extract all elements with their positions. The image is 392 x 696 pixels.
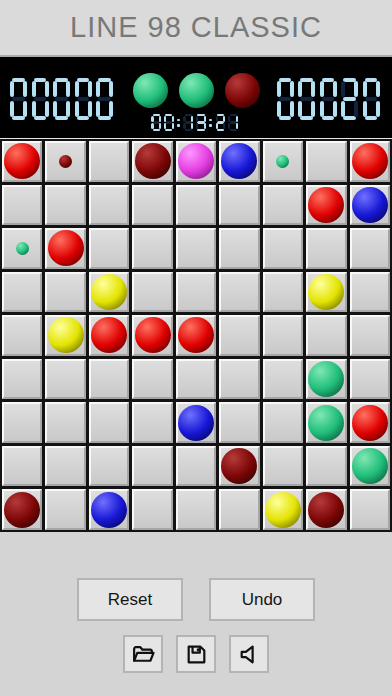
board-cell[interactable] — [45, 446, 85, 487]
board-cell[interactable] — [306, 359, 346, 400]
board-cell[interactable] — [263, 489, 303, 530]
floppy-disk-icon — [184, 642, 209, 667]
seg-digit — [151, 114, 161, 131]
board-cell[interactable] — [89, 185, 129, 226]
undo-button[interactable]: Undo — [209, 578, 315, 621]
board-cell[interactable] — [350, 315, 390, 356]
folder-open-icon — [130, 642, 157, 667]
board-cell[interactable] — [263, 402, 303, 443]
open-button[interactable] — [123, 635, 163, 673]
ball-green — [179, 73, 214, 108]
board-cell[interactable] — [176, 141, 216, 182]
ball-darkred — [135, 143, 171, 179]
timer-display — [0, 114, 392, 131]
ball-red — [4, 143, 40, 179]
seg-digit — [183, 114, 193, 131]
board-cell[interactable] — [306, 185, 346, 226]
board-cell[interactable] — [350, 141, 390, 182]
ball-yellow — [91, 274, 127, 310]
board-cell[interactable] — [176, 272, 216, 313]
board-cell[interactable] — [45, 228, 85, 269]
board-cell[interactable] — [306, 272, 346, 313]
board-cell[interactable] — [45, 185, 85, 226]
board-cell[interactable] — [89, 141, 129, 182]
board-cell[interactable] — [306, 141, 346, 182]
seg-digit — [216, 114, 226, 131]
board-cell[interactable] — [350, 446, 390, 487]
ball-red — [48, 230, 84, 266]
board-cell[interactable] — [89, 359, 129, 400]
board-cell[interactable] — [132, 489, 172, 530]
board-cell[interactable] — [176, 489, 216, 530]
sound-button[interactable] — [229, 635, 269, 673]
board-cell[interactable] — [306, 228, 346, 269]
board-cell[interactable] — [176, 228, 216, 269]
board-cell[interactable] — [350, 489, 390, 530]
board-cell[interactable] — [219, 446, 259, 487]
board-cell[interactable] — [2, 359, 42, 400]
board-cell[interactable] — [132, 228, 172, 269]
ball-blue — [221, 143, 257, 179]
board-cell[interactable] — [306, 315, 346, 356]
board-cell[interactable] — [132, 402, 172, 443]
ball-green — [308, 405, 344, 441]
board-cell[interactable] — [176, 446, 216, 487]
board-cell[interactable] — [89, 315, 129, 356]
ball-yellow — [308, 274, 344, 310]
board-cell[interactable] — [2, 489, 42, 530]
board-cell[interactable] — [45, 141, 85, 182]
ball-green — [133, 73, 168, 108]
board-cell[interactable] — [263, 141, 303, 182]
ball-red — [352, 143, 388, 179]
ball-red — [91, 317, 127, 353]
board-cell[interactable] — [219, 315, 259, 356]
ball-blue — [352, 187, 388, 223]
board-cell[interactable] — [219, 272, 259, 313]
board-cell[interactable] — [2, 228, 42, 269]
board-cell[interactable] — [263, 228, 303, 269]
board-cell[interactable] — [176, 359, 216, 400]
board-cell[interactable] — [350, 359, 390, 400]
ball-darkred-preview — [59, 155, 72, 168]
board-cell[interactable] — [132, 446, 172, 487]
ball-darkred — [225, 73, 260, 108]
board-cell[interactable] — [132, 141, 172, 182]
board-cell[interactable] — [132, 315, 172, 356]
board-cell[interactable] — [45, 359, 85, 400]
reset-button[interactable]: Reset — [77, 578, 183, 621]
scoreboard — [0, 57, 392, 138]
seg-digit — [196, 114, 206, 131]
board-cell[interactable] — [219, 489, 259, 530]
board-cell[interactable] — [132, 359, 172, 400]
board-cell[interactable] — [219, 185, 259, 226]
board-cell[interactable] — [2, 315, 42, 356]
footer: Reset Undo — [0, 532, 392, 696]
board-cell[interactable] — [263, 315, 303, 356]
board-cell[interactable] — [2, 185, 42, 226]
board-cell[interactable] — [89, 228, 129, 269]
board-cell[interactable] — [132, 185, 172, 226]
board-cell[interactable] — [89, 402, 129, 443]
ball-darkred — [308, 492, 344, 528]
app-title: LINE 98 CLASSIC — [70, 11, 322, 44]
board-cell[interactable] — [350, 402, 390, 443]
ball-magenta — [178, 143, 214, 179]
ball-red — [135, 317, 171, 353]
board-cell[interactable] — [306, 446, 346, 487]
ball-yellow — [48, 317, 84, 353]
board-cell[interactable] — [132, 272, 172, 313]
board-cell[interactable] — [176, 402, 216, 443]
board-cell[interactable] — [263, 446, 303, 487]
board-cell[interactable] — [45, 402, 85, 443]
ball-blue — [91, 492, 127, 528]
speaker-icon — [237, 642, 262, 667]
board-cell[interactable] — [45, 315, 85, 356]
ball-darkred — [4, 492, 40, 528]
title-bar: LINE 98 CLASSIC — [0, 0, 392, 57]
board-cell[interactable] — [2, 141, 42, 182]
ball-darkred — [221, 448, 257, 484]
ball-blue — [178, 405, 214, 441]
ball-red — [178, 317, 214, 353]
game-board — [0, 138, 392, 532]
board-cell[interactable] — [89, 489, 129, 530]
board-cell[interactable] — [350, 228, 390, 269]
board-cell[interactable] — [89, 446, 129, 487]
ball-green — [308, 361, 344, 397]
board-cell[interactable] — [45, 489, 85, 530]
seg-digit — [164, 114, 174, 131]
board-cell[interactable] — [350, 272, 390, 313]
board-cell[interactable] — [263, 272, 303, 313]
ball-red — [352, 405, 388, 441]
ball-green-preview — [276, 155, 289, 168]
board-cell[interactable] — [306, 489, 346, 530]
board-cell[interactable] — [89, 272, 129, 313]
board-cell[interactable] — [219, 359, 259, 400]
board-cell[interactable] — [263, 185, 303, 226]
board-cell[interactable] — [45, 272, 85, 313]
board-cell[interactable] — [2, 272, 42, 313]
board-cell[interactable] — [263, 359, 303, 400]
board-cell[interactable] — [2, 446, 42, 487]
board-cell[interactable] — [176, 185, 216, 226]
ball-yellow — [265, 492, 301, 528]
ball-green-preview — [16, 242, 29, 255]
ball-green — [352, 448, 388, 484]
board-cell[interactable] — [219, 402, 259, 443]
board-cell[interactable] — [219, 141, 259, 182]
ball-red — [308, 187, 344, 223]
board-cell[interactable] — [350, 185, 390, 226]
board-cell[interactable] — [2, 402, 42, 443]
save-button[interactable] — [176, 635, 216, 673]
board-cell[interactable] — [176, 315, 216, 356]
icon-button-row — [0, 635, 392, 673]
button-row: Reset Undo — [0, 532, 392, 621]
board-cell[interactable] — [306, 402, 346, 443]
seg-digit — [228, 114, 238, 131]
board-cell[interactable] — [219, 228, 259, 269]
